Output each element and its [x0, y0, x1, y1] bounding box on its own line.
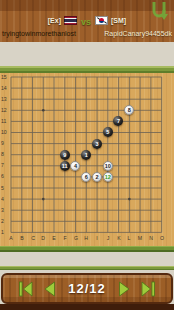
south-korea-flag-icon: [95, 16, 108, 25]
left-player: [Ex]: [48, 16, 77, 25]
board-column-label: F: [60, 235, 69, 241]
players-row: [Ex] vs [SM]: [0, 13, 174, 27]
board-column-label: K: [114, 235, 123, 241]
board-row-label: 4: [1, 196, 9, 202]
player-names-row: tryingtowinmorethanlost RapidCanary94455…: [0, 27, 174, 39]
board-row-label: 6: [1, 174, 9, 180]
bottom-edge: [0, 304, 174, 310]
board-column-label: L: [125, 235, 134, 241]
stone-black-F8: 9: [60, 150, 70, 160]
stone-white-H6: 6: [81, 172, 91, 182]
skip-to-last-button[interactable]: [140, 281, 157, 297]
stone-black-H8: 1: [81, 150, 91, 160]
previous-move-icon: [42, 281, 58, 297]
board-column-label: G: [71, 235, 80, 241]
board-row-label: 9: [1, 141, 9, 147]
board-column-label: H: [82, 235, 91, 241]
left-player-tag: [Ex]: [48, 17, 61, 24]
next-move-icon: [116, 281, 132, 297]
stone-white-J7: 10: [103, 161, 113, 171]
board-row-label: 12: [1, 107, 9, 113]
stone-black-K11: 7: [113, 116, 123, 126]
left-player-name: tryingtowinmorethanlost: [2, 30, 76, 37]
board-row-label: 14: [1, 85, 9, 91]
right-player-tag: [SM]: [111, 17, 126, 24]
board-row-label: 10: [1, 129, 9, 135]
board-row-label: 1: [1, 229, 9, 235]
header: [Ex] vs [SM] tryingtowinmorethanlost Rap…: [0, 0, 174, 42]
lower-band: [0, 252, 174, 273]
board-column-label: M: [136, 235, 145, 241]
board-frame: 123456789101112 151413121110987654321ABC…: [0, 66, 174, 252]
skip-to-first-icon: [18, 281, 34, 297]
vs-label: vs: [81, 17, 91, 27]
board-column-label: N: [147, 235, 156, 241]
board-column-label: O: [157, 235, 166, 241]
header-top-shade: [0, 0, 174, 11]
board-column-label: C: [28, 235, 37, 241]
right-player-name: RapidCanary94455dk: [104, 30, 172, 37]
board-column-label: B: [17, 235, 26, 241]
stone-black-J10: 5: [103, 127, 113, 137]
skip-to-first-button[interactable]: [17, 281, 34, 297]
board-row-label: 13: [1, 96, 9, 102]
board-row-label: 11: [1, 118, 9, 124]
board-column-label: E: [50, 235, 59, 241]
board-column-label: A: [7, 235, 16, 241]
stone-black-I9: 3: [92, 139, 102, 149]
board-column-label: J: [104, 235, 113, 241]
thailand-flag-icon: [64, 16, 77, 25]
skip-to-last-icon: [140, 281, 156, 297]
app-screen: [Ex] vs [SM] tryingtowinmorethanlost Rap…: [0, 0, 174, 310]
stone-white-G7: 4: [70, 161, 80, 171]
board-row-label: 7: [1, 163, 9, 169]
board-row-label: 3: [1, 207, 9, 213]
board-column-label: D: [39, 235, 48, 241]
board-row-label: 5: [1, 185, 9, 191]
next-move-button[interactable]: [116, 281, 133, 297]
board-column-label: I: [93, 235, 102, 241]
move-counter: 12/12: [68, 281, 106, 296]
stone-black-F7: 11: [60, 161, 70, 171]
board-row-label: 15: [1, 74, 9, 80]
board-row-label: 8: [1, 152, 9, 158]
board-row-label: 2: [1, 218, 9, 224]
board-wood: 123456789101112 151413121110987654321ABC…: [0, 73, 174, 246]
stone-white-I6: 2: [92, 172, 102, 182]
previous-move-button[interactable]: [41, 281, 58, 297]
move-navigation-bar: 12/12: [1, 273, 173, 304]
right-player: [SM]: [95, 16, 126, 25]
stone-white-L12: 8: [124, 105, 134, 115]
upper-band: [0, 42, 174, 66]
board-grid[interactable]: 123456789101112: [6, 71, 167, 238]
stone-white-J6: 12: [103, 172, 113, 182]
